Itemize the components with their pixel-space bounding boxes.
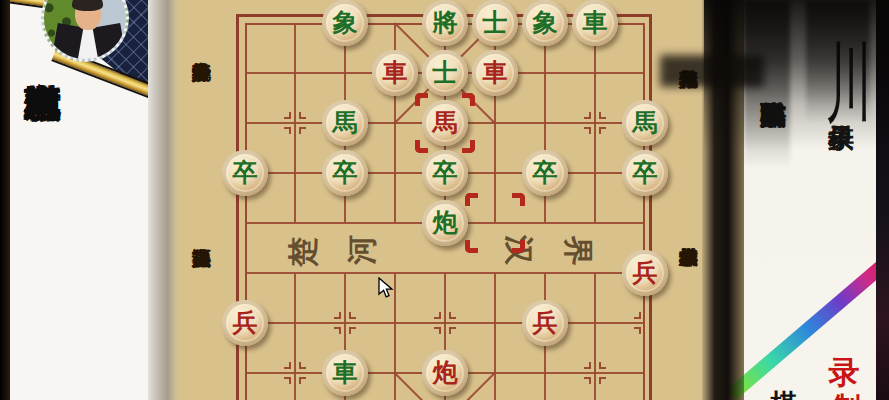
piece-red-兵-f8r5[interactable]: 兵 [622,250,668,296]
piece-black-將-f4r0[interactable]: 將 [422,0,468,46]
piece-black-卒-f8r3[interactable]: 卒 [622,150,668,196]
banner-partial-char-right: 制 [834,389,864,400]
banner-partial-char-left: 棋 [770,386,800,400]
piece-black-馬-f8r2[interactable]: 馬 [622,100,668,146]
piece-black-車-f7r0[interactable]: 車 [572,0,618,46]
piece-black-卒-f2r3[interactable]: 卒 [322,150,368,196]
piece-black-車-f2r7[interactable]: 車 [322,350,368,396]
piece-red-車-f3r1[interactable]: 車 [372,50,418,96]
river-text-he: 河 [342,235,383,265]
river-text-jie: 界 [557,236,598,266]
mouse-cursor [378,277,394,299]
piece-black-象-f2r0[interactable]: 象 [322,0,368,46]
avatar-hair [72,0,103,11]
piece-black-卒-f0r3[interactable]: 卒 [222,150,268,196]
piece-red-兵-f0r6[interactable]: 兵 [222,300,268,346]
piece-black-象-f6r0[interactable]: 象 [522,0,568,46]
piece-black-炮-f4r4[interactable]: 炮 [422,200,468,246]
river-text-chu: 楚 [283,237,324,267]
piece-red-炮-f4r7[interactable]: 炮 [422,350,468,396]
piece-black-卒-f4r3[interactable]: 卒 [422,150,468,196]
left-edge-strip [0,0,10,400]
video-frame: 楚 河 汉 界 象將士象車車士車馬馬馬卒卒卒卒卒炮兵兵兵車炮 弃子夺势真绝妙 赢… [0,0,889,400]
piece-black-士-f5r0[interactable]: 士 [472,0,518,46]
record-label: 录 [826,352,862,394]
piece-red-兵-f6r6[interactable]: 兵 [522,300,568,346]
left-info-panel: 顺炮横车对直车精 [10,0,148,400]
piece-black-馬-f2r2[interactable]: 馬 [322,100,368,146]
piece-black-士-f4r1[interactable]: 士 [422,50,468,96]
piece-red-車-f5r1[interactable]: 車 [472,50,518,96]
panel-board-divider [148,0,180,400]
right-edge-strip [876,0,889,400]
shadow-gutter [702,0,744,400]
piece-black-卒-f6r3[interactable]: 卒 [522,150,568,196]
